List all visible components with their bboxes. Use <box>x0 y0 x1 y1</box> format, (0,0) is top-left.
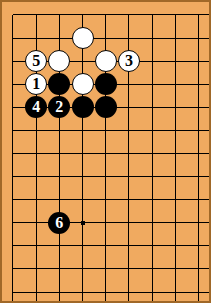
grid-line-vertical <box>128 73 129 96</box>
grid-line-vertical <box>175 73 176 96</box>
grid-line-vertical <box>105 257 106 280</box>
move-number: 3 <box>125 53 133 69</box>
intersection <box>141 281 164 303</box>
intersection <box>25 234 48 257</box>
grid-line-vertical <box>152 211 153 234</box>
grid-line-horizontal <box>13 222 25 223</box>
grid-line-vertical <box>36 234 37 257</box>
grid-line-horizontal <box>13 130 25 131</box>
grid-line-vertical <box>105 119 106 142</box>
grid-line-vertical <box>36 257 37 280</box>
grid-line-vertical <box>105 15 106 27</box>
grid-line-vertical <box>198 119 199 142</box>
grid-line-vertical <box>82 188 83 211</box>
intersection: 5 <box>25 50 48 73</box>
intersection <box>1 211 24 234</box>
grid-line-vertical <box>12 188 13 211</box>
grid-line-vertical <box>12 73 13 96</box>
intersection <box>94 142 117 165</box>
grid-line-vertical <box>59 234 60 257</box>
grid-line-vertical <box>198 234 199 257</box>
white-stone <box>72 27 94 49</box>
grid-line-vertical <box>59 281 60 303</box>
grid-line-vertical <box>36 188 37 211</box>
intersection <box>48 50 71 73</box>
intersection: 3 <box>117 50 140 73</box>
intersection <box>71 211 94 234</box>
grid-line-vertical <box>105 142 106 165</box>
intersection <box>141 211 164 234</box>
intersection <box>141 188 164 211</box>
grid-line-horizontal <box>13 14 25 15</box>
intersection <box>117 26 140 49</box>
intersection <box>187 211 210 234</box>
grid-line-horizontal <box>13 38 25 39</box>
intersection <box>1 188 24 211</box>
intersection <box>25 281 48 303</box>
grid-line-vertical <box>12 234 13 257</box>
grid-line-horizontal <box>13 61 25 62</box>
intersection <box>94 165 117 188</box>
intersection <box>94 50 117 73</box>
intersection <box>141 96 164 119</box>
white-stone <box>48 50 70 72</box>
grid-line-vertical <box>198 281 199 303</box>
black-stone <box>72 96 94 118</box>
grid-line-vertical <box>82 142 83 165</box>
grid-line-horizontal <box>13 107 25 108</box>
grid-line-vertical <box>36 281 37 303</box>
star-point <box>81 221 85 225</box>
intersection <box>25 142 48 165</box>
grid-line-vertical <box>128 96 129 119</box>
intersection <box>164 26 187 49</box>
intersection <box>48 234 71 257</box>
grid-line-vertical <box>105 188 106 211</box>
grid-line-vertical <box>198 15 199 27</box>
intersection <box>71 234 94 257</box>
white-stone: 5 <box>25 50 47 72</box>
intersection <box>164 50 187 73</box>
move-number: 5 <box>32 53 40 69</box>
intersection <box>71 165 94 188</box>
grid-line-vertical <box>152 142 153 165</box>
grid-line-vertical <box>82 257 83 280</box>
grid-line-vertical <box>82 50 83 73</box>
intersection <box>117 119 140 142</box>
grid-line-vertical <box>12 211 13 234</box>
intersection <box>71 50 94 73</box>
grid-line-vertical <box>152 15 153 27</box>
intersection <box>1 234 24 257</box>
intersection <box>117 211 140 234</box>
intersection <box>94 119 117 142</box>
intersection <box>25 257 48 280</box>
intersection <box>141 165 164 188</box>
grid-line-horizontal <box>13 84 25 85</box>
black-stone <box>95 73 117 95</box>
intersection <box>48 165 71 188</box>
intersection <box>187 50 210 73</box>
intersection <box>1 142 24 165</box>
intersection <box>164 165 187 188</box>
intersection <box>164 188 187 211</box>
intersection <box>94 211 117 234</box>
grid-line-vertical <box>198 96 199 119</box>
intersection <box>117 3 140 26</box>
intersection <box>94 234 117 257</box>
board-grid: 531426 <box>1 3 210 303</box>
grid-line-horizontal <box>13 245 25 246</box>
intersection <box>71 281 94 303</box>
intersection: 2 <box>48 96 71 119</box>
grid-line-vertical <box>59 142 60 165</box>
intersection <box>187 73 210 96</box>
intersection <box>141 142 164 165</box>
grid-line-vertical <box>175 119 176 142</box>
grid-line-vertical <box>128 281 129 303</box>
intersection: 6 <box>48 211 71 234</box>
intersection <box>71 26 94 49</box>
grid-line-vertical <box>36 165 37 188</box>
intersection <box>187 281 210 303</box>
grid-line-vertical <box>59 119 60 142</box>
intersection <box>141 26 164 49</box>
grid-line-vertical <box>12 50 13 73</box>
grid-line-vertical <box>82 281 83 303</box>
intersection <box>48 257 71 280</box>
grid-line-vertical <box>152 165 153 188</box>
intersection <box>117 73 140 96</box>
intersection <box>187 26 210 49</box>
grid-line-vertical <box>152 119 153 142</box>
grid-line-vertical <box>175 281 176 303</box>
grid-line-vertical <box>12 142 13 165</box>
intersection <box>25 3 48 26</box>
move-number: 6 <box>55 215 63 231</box>
intersection <box>141 73 164 96</box>
intersection <box>117 281 140 303</box>
grid-line-vertical <box>175 165 176 188</box>
grid-line-vertical <box>36 211 37 234</box>
intersection <box>187 188 210 211</box>
intersection <box>71 73 94 96</box>
grid-line-vertical <box>175 15 176 27</box>
grid-line-vertical <box>198 188 199 211</box>
white-stone <box>95 50 117 72</box>
grid-line-vertical <box>59 15 60 27</box>
grid-line-vertical <box>12 15 13 27</box>
move-number: 2 <box>55 99 63 115</box>
grid-line-vertical <box>175 211 176 234</box>
grid-line-vertical <box>175 142 176 165</box>
intersection <box>164 73 187 96</box>
intersection <box>141 119 164 142</box>
grid-line-vertical <box>105 211 106 234</box>
intersection <box>164 211 187 234</box>
grid-line-vertical <box>59 188 60 211</box>
grid-line-vertical <box>128 15 129 27</box>
intersection <box>94 3 117 26</box>
intersection <box>1 119 24 142</box>
grid-line-vertical <box>198 211 199 234</box>
intersection <box>48 281 71 303</box>
grid-line-vertical <box>198 142 199 165</box>
grid-line-vertical <box>198 257 199 280</box>
intersection <box>117 165 140 188</box>
grid-line-vertical <box>36 142 37 165</box>
grid-line-vertical <box>198 50 199 73</box>
grid-line-vertical <box>128 119 129 142</box>
intersection <box>71 96 94 119</box>
grid-line-vertical <box>175 188 176 211</box>
black-stone: 4 <box>25 96 47 118</box>
grid-line-horizontal <box>13 292 25 293</box>
intersection <box>1 50 24 73</box>
grid-line-vertical <box>152 257 153 280</box>
black-stone <box>48 73 70 95</box>
grid-line-vertical <box>105 234 106 257</box>
intersection: 1 <box>25 73 48 96</box>
intersection <box>117 96 140 119</box>
black-stone: 2 <box>48 96 70 118</box>
grid-line-vertical <box>12 257 13 280</box>
intersection <box>94 26 117 49</box>
intersection <box>187 119 210 142</box>
white-stone <box>72 73 94 95</box>
intersection <box>94 73 117 96</box>
grid-line-vertical <box>152 281 153 303</box>
intersection <box>141 234 164 257</box>
white-stone: 1 <box>25 73 47 95</box>
grid-line-vertical <box>82 165 83 188</box>
grid-line-vertical <box>198 26 199 49</box>
intersection: 4 <box>25 96 48 119</box>
intersection <box>117 257 140 280</box>
grid-line-horizontal <box>13 153 25 154</box>
intersection <box>1 26 24 49</box>
intersection <box>164 281 187 303</box>
intersection <box>71 3 94 26</box>
intersection <box>1 96 24 119</box>
intersection <box>164 142 187 165</box>
intersection <box>141 50 164 73</box>
grid-line-vertical <box>82 119 83 142</box>
intersection <box>25 119 48 142</box>
grid-line-vertical <box>12 96 13 119</box>
intersection <box>1 3 24 26</box>
intersection <box>48 3 71 26</box>
grid-line-vertical <box>36 26 37 49</box>
grid-line-vertical <box>82 234 83 257</box>
grid-line-vertical <box>175 26 176 49</box>
intersection <box>164 119 187 142</box>
intersection <box>71 257 94 280</box>
grid-line-vertical <box>128 234 129 257</box>
grid-line-vertical <box>128 188 129 211</box>
grid-line-vertical <box>175 257 176 280</box>
intersection <box>187 3 210 26</box>
black-stone: 6 <box>48 212 70 234</box>
grid-line-vertical <box>152 234 153 257</box>
grid-line-vertical <box>105 26 106 49</box>
intersection <box>1 257 24 280</box>
intersection <box>117 142 140 165</box>
intersection <box>164 234 187 257</box>
grid-line-vertical <box>152 26 153 49</box>
intersection <box>94 257 117 280</box>
intersection <box>94 188 117 211</box>
intersection <box>1 165 24 188</box>
grid-line-vertical <box>128 142 129 165</box>
intersection <box>1 281 24 303</box>
grid-line-vertical <box>175 96 176 119</box>
grid-line-vertical <box>105 281 106 303</box>
intersection <box>48 188 71 211</box>
grid-line-vertical <box>12 165 13 188</box>
grid-line-vertical <box>198 73 199 96</box>
intersection <box>94 96 117 119</box>
grid-line-vertical <box>59 257 60 280</box>
intersection <box>25 26 48 49</box>
move-number: 4 <box>32 99 40 115</box>
intersection <box>141 3 164 26</box>
grid-line-horizontal <box>13 199 25 200</box>
grid-line-vertical <box>12 281 13 303</box>
grid-line-vertical <box>128 165 129 188</box>
intersection <box>25 165 48 188</box>
grid-line-vertical <box>152 188 153 211</box>
grid-line-vertical <box>12 119 13 142</box>
intersection <box>94 281 117 303</box>
intersection <box>71 142 94 165</box>
intersection <box>25 211 48 234</box>
white-stone: 3 <box>118 50 140 72</box>
intersection <box>117 188 140 211</box>
intersection <box>164 96 187 119</box>
intersection <box>48 26 71 49</box>
grid-line-vertical <box>175 234 176 257</box>
black-stone <box>95 96 117 118</box>
grid-line-vertical <box>82 15 83 27</box>
grid-line-vertical <box>36 119 37 142</box>
go-board: 531426 <box>0 0 211 303</box>
intersection <box>1 73 24 96</box>
intersection <box>117 234 140 257</box>
intersection <box>164 257 187 280</box>
grid-line-vertical <box>12 26 13 49</box>
intersection <box>187 96 210 119</box>
intersection <box>187 257 210 280</box>
grid-line-horizontal <box>13 268 25 269</box>
intersection <box>164 3 187 26</box>
grid-line-vertical <box>152 73 153 96</box>
move-number: 1 <box>32 76 40 92</box>
intersection <box>48 73 71 96</box>
grid-line-vertical <box>175 50 176 73</box>
grid-line-vertical <box>198 165 199 188</box>
grid-line-vertical <box>128 211 129 234</box>
grid-line-vertical <box>36 15 37 27</box>
grid-line-vertical <box>128 257 129 280</box>
intersection <box>187 142 210 165</box>
intersection <box>71 119 94 142</box>
grid-line-vertical <box>59 26 60 49</box>
intersection <box>48 142 71 165</box>
grid-line-vertical <box>105 165 106 188</box>
grid-line-vertical <box>152 96 153 119</box>
intersection <box>187 165 210 188</box>
intersection <box>187 234 210 257</box>
grid-line-vertical <box>59 165 60 188</box>
intersection <box>25 188 48 211</box>
intersection <box>71 188 94 211</box>
grid-line-vertical <box>152 50 153 73</box>
grid-line-horizontal <box>13 176 25 177</box>
intersection <box>48 119 71 142</box>
grid-line-vertical <box>128 26 129 49</box>
intersection <box>141 257 164 280</box>
